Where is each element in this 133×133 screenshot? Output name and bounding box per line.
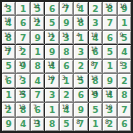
cell-r4c6[interactable]: 3 bbox=[74, 45, 87, 58]
cage-sum: 11 bbox=[47, 32, 54, 38]
cell-r9c3[interactable]: 113 bbox=[31, 118, 44, 131]
cell-r1c2[interactable]: 1 bbox=[16, 2, 29, 15]
cell-digit: 7 bbox=[20, 34, 26, 43]
cell-digit: 2 bbox=[63, 91, 69, 100]
cell-r2c4[interactable]: 5 bbox=[45, 16, 58, 29]
cell-digit: 2 bbox=[92, 5, 98, 14]
cell-r6c3[interactable]: 4 bbox=[31, 74, 44, 87]
cell-digit: 4 bbox=[34, 77, 40, 86]
cage-sum: 11 bbox=[33, 17, 40, 23]
cell-r4c5[interactable]: 8 bbox=[60, 45, 73, 58]
cage-sum: 11 bbox=[4, 104, 11, 110]
cell-digit: 8 bbox=[34, 62, 40, 71]
cage-sum: 12 bbox=[4, 46, 11, 52]
cage-sum: 7 bbox=[18, 75, 21, 81]
cage-sum: 17 bbox=[91, 75, 98, 81]
cage-sum: 8 bbox=[105, 119, 108, 125]
cage-sum: 21 bbox=[62, 3, 69, 9]
cell-r6c7[interactable]: 178 bbox=[89, 74, 102, 87]
cell-digit: 7 bbox=[107, 19, 113, 28]
cell-digit: 6 bbox=[63, 62, 69, 71]
cage-sum: 11 bbox=[33, 3, 40, 9]
cell-r8c5[interactable]: 184 bbox=[60, 103, 73, 116]
cage-sum: 7 bbox=[33, 104, 36, 110]
cell-r5c9[interactable]: 53 bbox=[118, 60, 131, 73]
cell-r6c8[interactable]: 9 bbox=[103, 74, 116, 87]
cell-r7c3[interactable]: 7 bbox=[31, 89, 44, 102]
cage-sum: 14 bbox=[91, 90, 98, 96]
cell-digit: 2 bbox=[78, 62, 84, 71]
cage-sum: 18 bbox=[62, 104, 69, 110]
cell-r1c9[interactable]: 109 bbox=[118, 2, 131, 15]
cell-r9c9[interactable]: 6 bbox=[118, 118, 131, 131]
cell-r8c3[interactable]: 76 bbox=[31, 103, 44, 116]
cell-digit: 5 bbox=[107, 48, 113, 57]
cell-r4c1[interactable]: 127 bbox=[2, 45, 15, 58]
cell-r8c4[interactable]: 1 bbox=[45, 103, 58, 116]
cell-r9c1[interactable]: 9 bbox=[2, 118, 15, 131]
cell-digit: 1 bbox=[6, 91, 12, 100]
cage-sum: 12 bbox=[18, 90, 25, 96]
cell-r2c7[interactable]: 3 bbox=[89, 16, 102, 29]
cell-r9c5[interactable]: 5 bbox=[60, 118, 73, 131]
cell-r7c2[interactable]: 125 bbox=[16, 89, 29, 102]
cell-digit: 4 bbox=[20, 120, 26, 129]
cell-digit: 3 bbox=[78, 48, 84, 57]
cage-sum: 9 bbox=[120, 32, 123, 38]
cell-digit: 6 bbox=[49, 5, 55, 14]
cell-r6c9[interactable]: 2 bbox=[118, 74, 131, 87]
cell-r1c6[interactable]: 64 bbox=[74, 2, 87, 15]
cage-sum: 12 bbox=[18, 104, 25, 110]
cell-r5c8[interactable]: 1 bbox=[103, 60, 116, 73]
cell-r9c6[interactable]: 87 bbox=[74, 118, 87, 131]
cell-digit: 1 bbox=[34, 48, 40, 57]
cell-r7c6[interactable]: 6 bbox=[74, 89, 87, 102]
cage-sum: 12 bbox=[105, 90, 112, 96]
cell-r7c5[interactable]: 2 bbox=[60, 89, 73, 102]
cell-r8c7[interactable]: 5 bbox=[89, 103, 102, 116]
cell-r4c8[interactable]: 5 bbox=[103, 45, 116, 58]
cell-r1c1[interactable]: 43 bbox=[2, 2, 15, 15]
cage-sum: 17 bbox=[18, 61, 25, 67]
cage-sum: 10 bbox=[120, 3, 127, 9]
cell-r2c9[interactable]: 1 bbox=[118, 16, 131, 29]
cell-digit: 8 bbox=[49, 120, 55, 129]
cage-sum: 4 bbox=[76, 32, 79, 38]
cage-sum: 7 bbox=[4, 75, 7, 81]
cell-r1c4[interactable]: 6 bbox=[45, 2, 58, 15]
cell-r8c8[interactable]: 103 bbox=[103, 103, 116, 116]
cage-sum: 10 bbox=[47, 75, 54, 81]
cell-r1c3[interactable]: 115 bbox=[31, 2, 44, 15]
cell-digit: 3 bbox=[92, 19, 98, 28]
cell-r5c7[interactable]: 87 bbox=[89, 60, 102, 73]
cell-digit: 5 bbox=[63, 120, 69, 129]
cage-sum: 3 bbox=[18, 46, 21, 52]
cell-digit: 9 bbox=[63, 19, 69, 28]
cell-r8c2[interactable]: 128 bbox=[16, 103, 29, 116]
cell-r7c9[interactable]: 8 bbox=[118, 89, 131, 102]
cage-sum: 8 bbox=[76, 119, 79, 125]
cell-r6c2[interactable]: 73 bbox=[16, 74, 29, 87]
cell-r4c3[interactable]: 1 bbox=[31, 45, 44, 58]
cell-r3c7[interactable]: 104 bbox=[89, 31, 102, 44]
cell-r8c6[interactable]: 9 bbox=[74, 103, 87, 116]
cell-r8c1[interactable]: 112 bbox=[2, 103, 15, 116]
cell-digit: 6 bbox=[78, 91, 84, 100]
cell-digit: 2 bbox=[121, 77, 127, 86]
cell-r3c9[interactable]: 95 bbox=[118, 31, 131, 44]
cell-r2c1[interactable]: 104 bbox=[2, 16, 15, 29]
cell-r6c6[interactable]: 115 bbox=[74, 74, 87, 87]
cage-sum: 11 bbox=[62, 32, 69, 38]
cage-sum: 15 bbox=[4, 32, 11, 38]
cell-digit: 6 bbox=[107, 34, 113, 43]
cell-digit: 3 bbox=[49, 91, 55, 100]
cell-r7c4[interactable]: 3 bbox=[45, 89, 58, 102]
cell-r1c8[interactable]: 158 bbox=[103, 2, 116, 15]
cage-sum: 4 bbox=[4, 3, 7, 9]
cell-r9c8[interactable]: 82 bbox=[103, 118, 116, 131]
cell-r6c4[interactable]: 107 bbox=[45, 74, 58, 87]
cage-sum: 11 bbox=[33, 119, 40, 125]
cell-r3c6[interactable]: 41 bbox=[74, 31, 87, 44]
cell-digit: 1 bbox=[49, 106, 55, 115]
cell-r9c7[interactable]: 1 bbox=[89, 118, 102, 131]
cell-r3c4[interactable]: 112 bbox=[45, 31, 58, 44]
cage-sum: 3 bbox=[62, 75, 65, 81]
cell-r2c2[interactable]: 6 bbox=[16, 16, 29, 29]
cell-r5c3[interactable]: 8 bbox=[31, 60, 44, 73]
cell-r9c2[interactable]: 4 bbox=[16, 118, 29, 131]
cage-sum: 5 bbox=[120, 61, 123, 67]
cell-digit: 7 bbox=[121, 106, 127, 115]
cell-digit: 5 bbox=[6, 62, 12, 71]
cell-r4c9[interactable]: 4 bbox=[118, 45, 131, 58]
cell-digit: 9 bbox=[34, 34, 40, 43]
cell-r3c2[interactable]: 7 bbox=[16, 31, 29, 44]
cell-r7c1[interactable]: 1 bbox=[2, 89, 15, 102]
cell-digit: 1 bbox=[121, 19, 127, 28]
cell-digit: 1 bbox=[107, 62, 113, 71]
cage-sum: 11 bbox=[76, 75, 83, 81]
cell-digit: 8 bbox=[63, 48, 69, 57]
cell-digit: 9 bbox=[78, 106, 84, 115]
cell-r2c5[interactable]: 9 bbox=[60, 16, 73, 29]
cell-r3c1[interactable]: 158 bbox=[2, 31, 15, 44]
cell-r7c7[interactable]: 149 bbox=[89, 89, 102, 102]
cell-digit: 1 bbox=[20, 5, 26, 14]
cell-r1c5[interactable]: 217 bbox=[60, 2, 73, 15]
cell-r6c1[interactable]: 76 bbox=[2, 74, 15, 87]
cell-r1c7[interactable]: 2 bbox=[89, 2, 102, 15]
cage-sum: 12 bbox=[47, 61, 54, 67]
killer-sudoku-board: 4311156217642158109104611259118371158791… bbox=[0, 0, 133, 133]
cell-r2c8[interactable]: 7 bbox=[103, 16, 116, 29]
cage-sum: 10 bbox=[105, 104, 112, 110]
cell-r5c2[interactable]: 179 bbox=[16, 60, 29, 73]
cell-r5c1[interactable]: 5 bbox=[2, 60, 15, 73]
cell-digit: 9 bbox=[6, 120, 12, 129]
cell-r4c2[interactable]: 32 bbox=[16, 45, 29, 58]
cell-r4c4[interactable]: 9 bbox=[45, 45, 58, 58]
cell-r2c6[interactable]: 118 bbox=[74, 16, 87, 29]
cell-digit: 1 bbox=[92, 120, 98, 129]
cell-digit: 6 bbox=[121, 120, 127, 129]
cell-r3c8[interactable]: 6 bbox=[103, 31, 116, 44]
cell-r5c6[interactable]: 2 bbox=[74, 60, 87, 73]
cage-sum: 11 bbox=[91, 46, 98, 52]
cell-digit: 7 bbox=[34, 91, 40, 100]
cage-sum: 11 bbox=[76, 17, 83, 23]
cell-digit: 5 bbox=[92, 106, 98, 115]
cage-sum: 10 bbox=[4, 17, 11, 23]
cell-r7c8[interactable]: 124 bbox=[103, 89, 116, 102]
cage-sum: 15 bbox=[105, 3, 112, 9]
cell-r6c5[interactable]: 31 bbox=[60, 74, 73, 87]
cell-digit: 4 bbox=[121, 48, 127, 57]
cell-digit: 5 bbox=[49, 19, 55, 28]
cell-r2c3[interactable]: 112 bbox=[31, 16, 44, 29]
cell-digit: 8 bbox=[121, 91, 127, 100]
cell-r9c4[interactable]: 8 bbox=[45, 118, 58, 131]
cell-digit: 9 bbox=[107, 77, 113, 86]
cell-r8c9[interactable]: 7 bbox=[118, 103, 131, 116]
cell-digit: 9 bbox=[49, 48, 55, 57]
cell-r4c7[interactable]: 116 bbox=[89, 45, 102, 58]
cell-r5c4[interactable]: 124 bbox=[45, 60, 58, 73]
cage-sum: 10 bbox=[91, 32, 98, 38]
cell-digit: 6 bbox=[20, 19, 26, 28]
cage-sum: 8 bbox=[91, 61, 94, 67]
cage-sum: 6 bbox=[76, 3, 79, 9]
cell-r3c3[interactable]: 9 bbox=[31, 31, 44, 44]
cell-r5c5[interactable]: 6 bbox=[60, 60, 73, 73]
cell-r3c5[interactable]: 113 bbox=[60, 31, 73, 44]
